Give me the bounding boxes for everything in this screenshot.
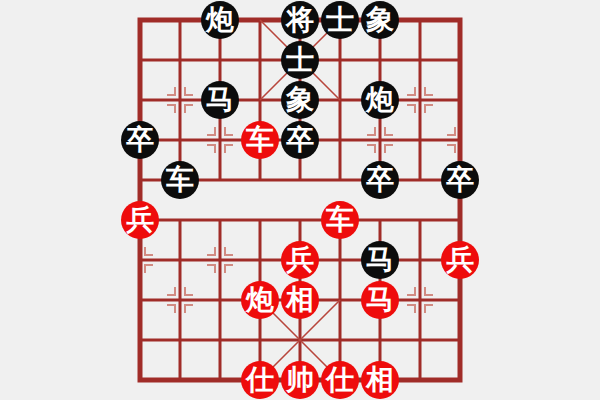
- black-general[interactable]: 将: [281, 1, 319, 39]
- red-chariot[interactable]: 车: [321, 201, 359, 239]
- red-horse[interactable]: 马: [361, 281, 399, 319]
- black-cannon[interactable]: 炮: [361, 81, 399, 119]
- black-cannon[interactable]: 炮: [201, 1, 239, 39]
- black-elephant[interactable]: 象: [361, 1, 399, 39]
- black-soldier[interactable]: 卒: [361, 161, 399, 199]
- red-general[interactable]: 帅: [281, 361, 319, 399]
- black-elephant[interactable]: 象: [281, 81, 319, 119]
- black-horse[interactable]: 马: [361, 241, 399, 279]
- black-advisor[interactable]: 士: [321, 1, 359, 39]
- board-grid: 炮将士象士马象炮卒车卒车卒卒兵车兵马兵炮相马仕帅仕相: [120, 0, 480, 400]
- black-chariot[interactable]: 车: [161, 161, 199, 199]
- red-advisor[interactable]: 仕: [241, 361, 279, 399]
- red-soldier[interactable]: 兵: [441, 241, 479, 279]
- black-soldier[interactable]: 卒: [121, 121, 159, 159]
- red-elephant[interactable]: 相: [361, 361, 399, 399]
- red-advisor[interactable]: 仕: [321, 361, 359, 399]
- red-soldier[interactable]: 兵: [281, 241, 319, 279]
- black-soldier[interactable]: 卒: [441, 161, 479, 199]
- red-cannon[interactable]: 炮: [241, 281, 279, 319]
- red-chariot[interactable]: 车: [241, 121, 279, 159]
- xiangqi-board: 炮将士象士马象炮卒车卒车卒卒兵车兵马兵炮相马仕帅仕相: [0, 0, 600, 400]
- red-soldier[interactable]: 兵: [121, 201, 159, 239]
- black-horse[interactable]: 马: [201, 81, 239, 119]
- red-elephant[interactable]: 相: [281, 281, 319, 319]
- black-soldier[interactable]: 卒: [281, 121, 319, 159]
- app-background: 炮将士象士马象炮卒车卒车卒卒兵车兵马兵炮相马仕帅仕相: [0, 0, 600, 400]
- black-advisor[interactable]: 士: [281, 41, 319, 79]
